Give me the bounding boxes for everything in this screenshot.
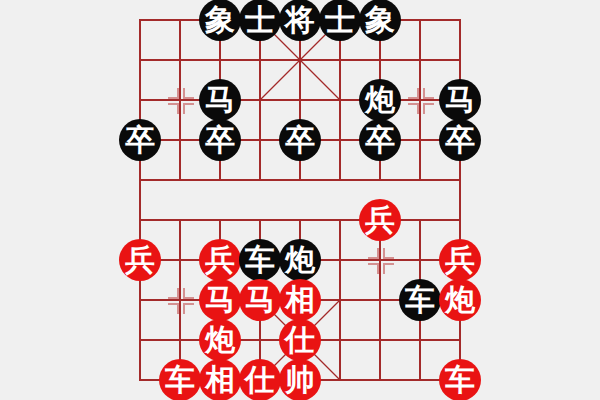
piece-red-elephant[interactable]: 相: [279, 279, 321, 321]
point-marker: [166, 86, 194, 114]
piece-red-cannon[interactable]: 炮: [199, 319, 241, 361]
piece-red-soldier[interactable]: 兵: [359, 199, 401, 241]
piece-red-rook[interactable]: 车: [439, 359, 481, 400]
piece-black-rook[interactable]: 车: [239, 239, 281, 281]
piece-black-horse[interactable]: 马: [439, 79, 481, 121]
piece-black-horse[interactable]: 马: [199, 79, 241, 121]
piece-black-soldier[interactable]: 卒: [279, 119, 321, 161]
piece-red-advisor[interactable]: 仕: [239, 359, 281, 400]
piece-black-cannon[interactable]: 炮: [279, 239, 321, 281]
piece-red-elephant[interactable]: 相: [199, 359, 241, 400]
board: 象士将士象马炮马卒卒卒卒卒兵兵兵车炮兵马马相车炮炮仕车相仕帅车: [120, 0, 480, 400]
piece-red-rook[interactable]: 车: [159, 359, 201, 400]
piece-red-horse[interactable]: 马: [239, 279, 281, 321]
point-marker: [366, 246, 394, 274]
piece-black-soldier[interactable]: 卒: [199, 119, 241, 161]
piece-red-horse[interactable]: 马: [199, 279, 241, 321]
piece-red-advisor[interactable]: 仕: [279, 319, 321, 361]
piece-black-rook[interactable]: 车: [399, 279, 441, 321]
piece-red-soldier[interactable]: 兵: [119, 239, 161, 281]
piece-red-soldier[interactable]: 兵: [199, 239, 241, 281]
piece-black-advisor[interactable]: 士: [239, 0, 281, 41]
point-marker: [406, 86, 434, 114]
piece-black-general[interactable]: 将: [279, 0, 321, 41]
piece-red-king[interactable]: 帅: [279, 359, 321, 400]
piece-black-advisor[interactable]: 士: [319, 0, 361, 41]
piece-red-soldier[interactable]: 兵: [439, 239, 481, 281]
point-marker: [166, 286, 194, 314]
piece-red-cannon[interactable]: 炮: [439, 279, 481, 321]
piece-black-cannon[interactable]: 炮: [359, 79, 401, 121]
piece-black-elephant[interactable]: 象: [199, 0, 241, 41]
piece-black-soldier[interactable]: 卒: [439, 119, 481, 161]
piece-black-elephant[interactable]: 象: [359, 0, 401, 41]
piece-black-soldier[interactable]: 卒: [359, 119, 401, 161]
piece-black-soldier[interactable]: 卒: [119, 119, 161, 161]
xiangqi-screenshot: 象士将士象马炮马卒卒卒卒卒兵兵兵车炮兵马马相车炮炮仕车相仕帅车: [0, 0, 600, 400]
